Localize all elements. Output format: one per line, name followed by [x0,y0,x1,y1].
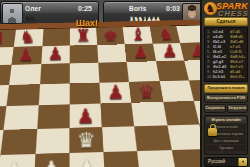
locked-feature-item: Турниры [206,145,246,151]
play-online-header[interactable]: Играть онлайн [206,117,246,123]
locked-feature-item: Чат с игроками [206,138,246,144]
square-d8[interactable]: ♜ [70,28,98,45]
sparkchess-logo: ♞ SPARK CHESS [204,1,248,17]
logo-text-chess: CHESS [218,9,249,18]
white-pawn-d2[interactable]: ♟ [77,157,97,167]
square-f7[interactable]: ♟ [125,43,156,62]
square-g6[interactable] [155,61,188,81]
chevron-down-icon[interactable]: ▼ [238,158,247,166]
square-d4[interactable]: ♟ [69,104,102,128]
red-king-e8[interactable]: ♚ [103,27,118,44]
square-c2[interactable]: ♟ [33,153,69,167]
sparkchess-app: ♜♞♜♚♝♞♟♟♟♟♟♟♟♛♟♛♟♟♟♟♟♜♝♚ Шах! Олег 0:25 … [0,0,250,167]
square-c5[interactable] [38,83,69,105]
square-b5[interactable] [7,84,40,106]
pgn-button[interactable]: Воспроизвести PGN [204,94,248,103]
square-c3[interactable] [35,128,69,154]
red-pawn-e5[interactable]: ♟ [107,83,124,102]
square-d5[interactable] [69,82,100,104]
sidebar: ♞ SPARK CHESS Сдаться 1.e2-e4d7-d52.e4:d… [200,0,250,167]
red-pawn-g7[interactable]: ♟ [161,43,177,61]
red-pawn-a7[interactable]: ♟ [0,47,5,65]
square-b6[interactable] [9,64,40,84]
left-player-avatar [2,3,23,24]
square-b3[interactable] [1,129,37,156]
square-b7[interactable]: ♟ [12,46,42,65]
resign-button[interactable]: Сдаться [204,17,248,26]
left-player-name: Олег [25,5,41,12]
red-pawn-f7[interactable]: ♟ [133,43,149,61]
square-b4[interactable] [4,105,38,129]
square-e8[interactable]: ♚ [96,27,125,44]
square-c7[interactable]: ♟ [41,45,70,64]
multiplayer-locked-section: Играть онлайн Игроки онлайнРейтинговые п… [204,115,248,155]
move-row: 10.Кc3-b1Фe5-f5+ [207,74,247,79]
square-e6[interactable] [98,62,129,82]
square-b2[interactable]: ♟ [0,154,35,167]
square-e4[interactable] [101,103,135,127]
padlock-icon [208,128,217,136]
red-rook-d8[interactable]: ♜ [76,27,91,44]
square-e5[interactable]: ♟ [99,82,131,104]
check-announcement: Шах! [76,18,98,28]
language-selected-value: Русский [208,158,225,166]
square-f2[interactable] [137,150,176,167]
save-button[interactable]: Сохранить [204,104,226,113]
square-e3[interactable] [102,126,137,152]
language-dropdown[interactable]: Русский ▼ [204,157,248,167]
square-d7[interactable] [70,45,99,64]
white-move: Кc3-b1 [213,74,230,79]
square-e2[interactable] [103,151,140,167]
square-d3[interactable]: ♛ [69,127,103,153]
red-pawn-c7[interactable]: ♟ [47,45,63,63]
square-d6[interactable] [70,63,100,83]
square-c6[interactable] [40,63,70,83]
white-pawn-c2[interactable]: ♟ [41,158,61,167]
move-list: 1.e2-e4d7-d52.e4:d5Фd8:d53.Кb1-c3Фd5-d84… [204,27,248,82]
square-f4[interactable] [132,102,167,126]
red-queen-f5[interactable]: ♛ [138,82,155,101]
red-pawn-b7[interactable]: ♟ [18,46,34,64]
red-pawn-d4[interactable]: ♟ [76,106,94,126]
square-f5[interactable]: ♛ [129,81,162,103]
square-g7[interactable]: ♟ [152,43,184,62]
square-f6[interactable] [127,61,159,81]
right-player-name: Boris [129,5,147,12]
white-pawn-b2[interactable]: ♟ [5,159,25,167]
white-queen-d3[interactable]: ♛ [77,130,96,151]
save-load-row: Сохранить Загрузить [204,104,248,113]
square-c4[interactable] [37,104,70,128]
left-captured-pieces: ♝♟ [25,16,34,23]
square-d2[interactable]: ♟ [69,152,105,167]
load-button[interactable]: Загрузить [227,104,249,113]
offer-draw-button[interactable]: Предложить ничью [204,84,248,93]
right-player-clock: 0:03 [166,5,180,12]
black-move: Фe5-f5+ [230,74,247,79]
square-f3[interactable] [134,125,171,151]
square-e7[interactable] [97,44,127,63]
left-player-clock: 0:25 [78,5,92,12]
